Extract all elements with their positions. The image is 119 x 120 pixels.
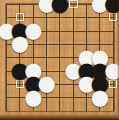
go-board-screenshot: ●●●●●●●●●●●●●●●●●●●●●●	[0, 0, 119, 120]
white-stone-glyph: ●	[24, 90, 42, 103]
black-stone-glyph: ●	[104, 0, 119, 10]
white-stone-glyph: ●	[11, 37, 29, 50]
white-stone-glyph: ●	[91, 90, 109, 103]
black-stone[interactable]: ●	[107, 0, 119, 11]
black-stone-glyph: ●	[51, 0, 69, 10]
go-board[interactable]: ●●●●●●●●●●●●●●●●●●●●●●	[0, 0, 119, 118]
square-marker-icon	[69, 0, 77, 8]
white-stone[interactable]: ●	[27, 91, 40, 104]
white-stone[interactable]: ●	[13, 37, 26, 50]
white-stone[interactable]: ●	[93, 91, 106, 104]
black-stone[interactable]: ●	[53, 0, 66, 11]
